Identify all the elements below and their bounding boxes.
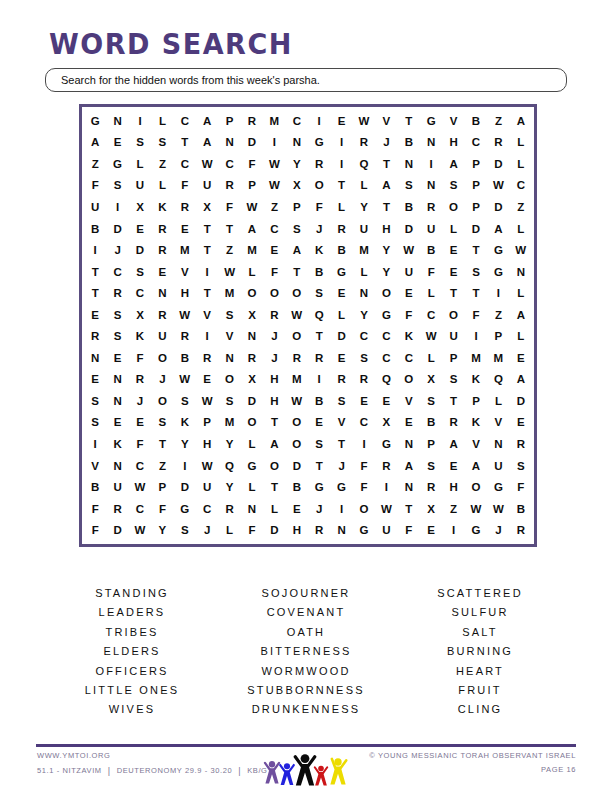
page-title: WORD SEARCH xyxy=(49,28,293,60)
grid-cell-r1c5: C xyxy=(174,110,196,132)
grid-cell-r2c19: R xyxy=(487,132,509,154)
grid-cell-r11c7: V xyxy=(218,325,240,347)
grid-cell-r1c9: M xyxy=(263,110,285,132)
grid-cell-r8c10: T xyxy=(286,261,308,283)
grid-cell-r18c4: P xyxy=(151,476,173,498)
grid-cell-r16c15: N xyxy=(398,433,420,455)
grid-cell-r6c16: U xyxy=(420,218,442,240)
grid-cell-r20c6: J xyxy=(196,519,218,541)
grid-cell-r7c8: M xyxy=(241,239,263,261)
grid-cell-r18c9: T xyxy=(263,476,285,498)
grid-cell-r13c13: R xyxy=(353,369,375,391)
grid-cell-r1c2: N xyxy=(106,110,128,132)
grid-cell-r6c6: T xyxy=(196,218,218,240)
grid-cell-r7c9: E xyxy=(263,239,285,261)
footer-website: WWW.YMTOI.ORG xyxy=(37,751,268,760)
grid-cell-r3c7: C xyxy=(218,153,240,175)
grid-cell-r8c18: S xyxy=(465,261,487,283)
grid-cell-r15c15: E xyxy=(398,412,420,434)
grid-cell-r11c6: I xyxy=(196,325,218,347)
grid-cell-r17c12: J xyxy=(330,455,352,477)
grid-cell-r1c10: C xyxy=(286,110,308,132)
grid-cell-r1c20: A xyxy=(510,110,532,132)
grid-cell-r20c1: F xyxy=(84,519,106,541)
grid-cell-r4c1: F xyxy=(84,175,106,197)
grid-cell-r3c10: Y xyxy=(286,153,308,175)
grid-cell-r15c2: E xyxy=(106,412,128,434)
grid-cell-r19c12: I xyxy=(330,498,352,520)
grid-cell-r16c2: K xyxy=(106,433,128,455)
grid-cell-r4c12: T xyxy=(330,175,352,197)
worksheet-page: WORD SEARCH Search for the hidden words … xyxy=(0,0,612,792)
word-list: STANDINGLEADERSTRIBESELDERSOFFICERSLITTL… xyxy=(45,584,567,720)
grid-cell-r15c7: M xyxy=(218,412,240,434)
grid-cell-r6c2: D xyxy=(106,218,128,240)
grid-cell-r4c8: P xyxy=(241,175,263,197)
word-list-item: SULFUR xyxy=(393,603,567,622)
grid-cell-r1c16: G xyxy=(420,110,442,132)
grid-cell-r19c18: W xyxy=(465,498,487,520)
grid-cell-r19c2: R xyxy=(106,498,128,520)
grid-cell-r4c13: L xyxy=(353,175,375,197)
grid-cell-r10c11: Q xyxy=(308,304,330,326)
grid-cell-r17c13: F xyxy=(353,455,375,477)
grid-cell-r6c5: E xyxy=(174,218,196,240)
grid-cell-r16c4: T xyxy=(151,433,173,455)
grid-cell-r7c3: D xyxy=(129,239,151,261)
word-list-item: STUBBORNNESS xyxy=(219,681,393,700)
grid-cell-r4c19: W xyxy=(487,175,509,197)
word-list-item: WIVES xyxy=(45,700,219,719)
grid-cell-r5c15: B xyxy=(398,196,420,218)
grid-cell-r6c17: L xyxy=(442,218,464,240)
grid-cell-r14c20: D xyxy=(510,390,532,412)
grid-cell-r12c5: B xyxy=(174,347,196,369)
grid-cell-r20c12: N xyxy=(330,519,352,541)
grid-cell-r16c9: A xyxy=(263,433,285,455)
grid-cell-r8c13: L xyxy=(353,261,375,283)
grid-cell-r15c20: E xyxy=(510,412,532,434)
grid-cell-r16c6: H xyxy=(196,433,218,455)
word-column-1: STANDINGLEADERSTRIBESELDERSOFFICERSLITTL… xyxy=(45,584,219,720)
word-search-board: GNILCAPRMCIEWVTGVBZAAESSTANDINGIRJBNHCRL… xyxy=(79,104,537,547)
grid-cell-r15c10: O xyxy=(286,412,308,434)
grid-cell-r6c4: R xyxy=(151,218,173,240)
grid-cell-r10c12: L xyxy=(330,304,352,326)
grid-cell-r14c7: S xyxy=(218,390,240,412)
grid-cell-r19c7: R xyxy=(218,498,240,520)
grid-cell-r2c4: S xyxy=(151,132,173,154)
grid-cell-r9c4: N xyxy=(151,282,173,304)
grid-cell-r12c10: R xyxy=(286,347,308,369)
grid-cell-r18c11: G xyxy=(308,476,330,498)
grid-cell-r12c19: M xyxy=(487,347,509,369)
grid-cell-r19c17: Z xyxy=(442,498,464,520)
grid-cell-r18c6: U xyxy=(196,476,218,498)
grid-cell-r16c12: T xyxy=(330,433,352,455)
grid-cell-r3c6: W xyxy=(196,153,218,175)
word-list-item: CLING xyxy=(393,700,567,719)
grid-cell-r11c20: L xyxy=(510,325,532,347)
grid-cell-r14c18: P xyxy=(465,390,487,412)
grid-cell-r7c6: T xyxy=(196,239,218,261)
grid-cell-r10c10: W xyxy=(286,304,308,326)
grid-cell-r11c14: C xyxy=(375,325,397,347)
grid-cell-r9c10: O xyxy=(286,282,308,304)
grid-cell-r5c12: L xyxy=(330,196,352,218)
grid-cell-r8c19: G xyxy=(487,261,509,283)
grid-cell-r7c7: Z xyxy=(218,239,240,261)
grid-cell-r1c8: R xyxy=(241,110,263,132)
grid-cell-r10c17: O xyxy=(442,304,464,326)
grid-cell-r9c1: T xyxy=(84,282,106,304)
grid-cell-r18c18: O xyxy=(465,476,487,498)
word-list-item: OATH xyxy=(219,623,393,642)
grid-cell-r19c8: N xyxy=(241,498,263,520)
grid-cell-r10c19: Z xyxy=(487,304,509,326)
grid-cell-r14c9: H xyxy=(263,390,285,412)
grid-cell-r16c8: L xyxy=(241,433,263,455)
grid-cell-r8c1: T xyxy=(84,261,106,283)
grid-cell-r4c7: R xyxy=(218,175,240,197)
footer-left: WWW.YMTOI.ORG 51.1 - NITZAVIM|DEUTERONOM… xyxy=(37,751,268,775)
grid-cell-r9c3: C xyxy=(129,282,151,304)
grid-cell-r10c7: S xyxy=(218,304,240,326)
grid-cell-r12c17: P xyxy=(442,347,464,369)
grid-cell-r13c17: S xyxy=(442,369,464,391)
grid-cell-r5c7: F xyxy=(218,196,240,218)
grid-cell-r15c17: R xyxy=(442,412,464,434)
grid-cell-r17c11: T xyxy=(308,455,330,477)
grid-cell-r12c7: N xyxy=(218,347,240,369)
grid-cell-r2c15: B xyxy=(398,132,420,154)
grid-cell-r5c14: T xyxy=(375,196,397,218)
grid-cell-r11c3: K xyxy=(129,325,151,347)
grid-cell-r10c2: S xyxy=(106,304,128,326)
footer-right: © YOUNG MESSIANIC TORAH OBSERVANT ISRAEL… xyxy=(369,751,576,774)
grid-cell-r17c17: E xyxy=(442,455,464,477)
grid-cell-r2c11: G xyxy=(308,132,330,154)
grid-cell-r18c16: R xyxy=(420,476,442,498)
grid-cell-r2c6: A xyxy=(196,132,218,154)
grid-cell-r10c13: Y xyxy=(353,304,375,326)
grid-cell-r4c16: N xyxy=(420,175,442,197)
grid-cell-r12c6: R xyxy=(196,347,218,369)
grid-cell-r10c18: F xyxy=(465,304,487,326)
grid-cell-r7c11: K xyxy=(308,239,330,261)
word-list-item: COVENANT xyxy=(219,603,393,622)
grid-cell-r19c3: C xyxy=(129,498,151,520)
grid-cell-r7c2: J xyxy=(106,239,128,261)
grid-cell-r1c14: V xyxy=(375,110,397,132)
grid-cell-r19c15: T xyxy=(398,498,420,520)
grid-cell-r1c7: P xyxy=(218,110,240,132)
grid-cell-r13c9: H xyxy=(263,369,285,391)
grid-cell-r3c12: I xyxy=(330,153,352,175)
grid-cell-r3c20: L xyxy=(510,153,532,175)
grid-cell-r2c20: L xyxy=(510,132,532,154)
logo-figure-blue xyxy=(280,763,294,785)
grid-cell-r19c9: L xyxy=(263,498,285,520)
word-list-item: DRUNKENNESS xyxy=(219,700,393,719)
grid-cell-r18c13: F xyxy=(353,476,375,498)
grid-cell-r10c14: G xyxy=(375,304,397,326)
word-list-item: FRUIT xyxy=(393,681,567,700)
logo-figure-black xyxy=(295,754,315,785)
grid-cell-r4c17: S xyxy=(442,175,464,197)
grid-cell-r3c15: N xyxy=(398,153,420,175)
grid-cell-r11c8: N xyxy=(241,325,263,347)
word-list-item: WORMWOOD xyxy=(219,662,393,681)
grid-cell-r2c5: T xyxy=(174,132,196,154)
grid-cell-r4c3: U xyxy=(129,175,151,197)
grid-cell-r18c10: B xyxy=(286,476,308,498)
grid-cell-r5c1: U xyxy=(84,196,106,218)
grid-cell-r17c16: S xyxy=(420,455,442,477)
grid-cell-r20c3: W xyxy=(129,519,151,541)
grid-cell-r18c7: Y xyxy=(218,476,240,498)
instruction-box: Search for the hidden words from this we… xyxy=(45,68,567,92)
grid-cell-r4c9: W xyxy=(263,175,285,197)
grid-cell-r15c19: V xyxy=(487,412,509,434)
grid-cell-r13c5: W xyxy=(174,369,196,391)
word-list-item: SALT xyxy=(393,623,567,642)
grid-cell-r3c3: L xyxy=(129,153,151,175)
footer-separator: | xyxy=(108,766,111,776)
grid-cell-r16c17: A xyxy=(442,433,464,455)
grid-cell-r2c17: H xyxy=(442,132,464,154)
grid-cell-r19c14: W xyxy=(375,498,397,520)
grid-cell-r18c19: G xyxy=(487,476,509,498)
grid-cell-r1c18: B xyxy=(465,110,487,132)
grid-cell-r10c3: X xyxy=(129,304,151,326)
grid-cell-r5c17: O xyxy=(442,196,464,218)
grid-cell-r17c2: N xyxy=(106,455,128,477)
grid-cell-r3c1: Z xyxy=(84,153,106,175)
grid-cell-r10c15: F xyxy=(398,304,420,326)
grid-cell-r17c9: O xyxy=(263,455,285,477)
grid-cell-r14c19: L xyxy=(487,390,509,412)
grid-cell-r15c6: P xyxy=(196,412,218,434)
grid-cell-r5c13: Y xyxy=(353,196,375,218)
grid-cell-r3c5: C xyxy=(174,153,196,175)
grid-cell-r1c3: I xyxy=(129,110,151,132)
logo-figure-red xyxy=(315,766,327,786)
grid-cell-r8c15: U xyxy=(398,261,420,283)
grid-cell-r20c5: S xyxy=(174,519,196,541)
grid-cell-r11c19: P xyxy=(487,325,509,347)
word-list-item: HEART xyxy=(393,662,567,681)
word-list-item: TRIBES xyxy=(45,623,219,642)
grid-cell-r18c15: N xyxy=(398,476,420,498)
grid-cell-r15c5: K xyxy=(174,412,196,434)
grid-cell-r19c20: B xyxy=(510,498,532,520)
grid-cell-r4c18: P xyxy=(465,175,487,197)
grid-cell-r8c12: G xyxy=(330,261,352,283)
grid-cell-r4c2: S xyxy=(106,175,128,197)
grid-cell-r15c4: S xyxy=(151,412,173,434)
grid-cell-r13c20: A xyxy=(510,369,532,391)
word-list-item: STANDING xyxy=(45,584,219,603)
grid-cell-r13c7: O xyxy=(218,369,240,391)
grid-cell-r11c16: W xyxy=(420,325,442,347)
grid-cell-r9c11: S xyxy=(308,282,330,304)
grid-cell-r12c3: F xyxy=(129,347,151,369)
grid-cell-r11c17: U xyxy=(442,325,464,347)
grid-cell-r11c5: R xyxy=(174,325,196,347)
grid-cell-r15c16: B xyxy=(420,412,442,434)
grid-cell-r12c4: O xyxy=(151,347,173,369)
grid-cell-r18c2: U xyxy=(106,476,128,498)
grid-cell-r6c10: S xyxy=(286,218,308,240)
grid-cell-r20c9: D xyxy=(263,519,285,541)
grid-cell-r11c13: C xyxy=(353,325,375,347)
grid-cell-r17c20: S xyxy=(510,455,532,477)
grid-cell-r4c6: U xyxy=(196,175,218,197)
word-list-item: BITTERNESS xyxy=(219,642,393,661)
grid-cell-r15c8: O xyxy=(241,412,263,434)
grid-cell-r1c15: T xyxy=(398,110,420,132)
grid-cell-r12c18: M xyxy=(465,347,487,369)
grid-cell-r15c13: C xyxy=(353,412,375,434)
grid-cell-r13c10: M xyxy=(286,369,308,391)
grid-cell-r20c19: J xyxy=(487,519,509,541)
grid-cell-r18c8: L xyxy=(241,476,263,498)
grid-cell-r9c18: T xyxy=(465,282,487,304)
grid-cell-r10c20: A xyxy=(510,304,532,326)
grid-cell-r17c19: U xyxy=(487,455,509,477)
dancing-figures-logo xyxy=(261,745,351,790)
grid-cell-r17c8: G xyxy=(241,455,263,477)
grid-cell-r14c16: S xyxy=(420,390,442,412)
grid-cell-r14c11: B xyxy=(308,390,330,412)
grid-cell-r12c15: C xyxy=(398,347,420,369)
grid-cell-r7c13: M xyxy=(353,239,375,261)
grid-cell-r6c19: A xyxy=(487,218,509,240)
grid-cell-r18c17: H xyxy=(442,476,464,498)
grid-cell-r2c18: C xyxy=(465,132,487,154)
grid-cell-r19c19: W xyxy=(487,498,509,520)
grid-cell-r13c14: Q xyxy=(375,369,397,391)
grid-cell-r20c2: D xyxy=(106,519,128,541)
grid-cell-r9c12: E xyxy=(330,282,352,304)
word-column-2: SOJOURNERCOVENANTOATHBITTERNESSWORMWOODS… xyxy=(219,584,393,720)
grid-cell-r10c5: W xyxy=(174,304,196,326)
grid-cell-r7c15: W xyxy=(398,239,420,261)
grid-cell-r9c9: O xyxy=(263,282,285,304)
grid-cell-r1c4: L xyxy=(151,110,173,132)
grid-cell-r6c14: H xyxy=(375,218,397,240)
grid-cell-r11c15: K xyxy=(398,325,420,347)
grid-cell-r8c7: W xyxy=(218,261,240,283)
grid-cell-r11c2: S xyxy=(106,325,128,347)
grid-cell-r10c4: R xyxy=(151,304,173,326)
grid-cell-r9c2: R xyxy=(106,282,128,304)
grid-cell-r9c19: I xyxy=(487,282,509,304)
grid-cell-r12c9: J xyxy=(263,347,285,369)
grid-cell-r19c11: J xyxy=(308,498,330,520)
grid-cell-r3c8: F xyxy=(241,153,263,175)
grid-cell-r8c16: F xyxy=(420,261,442,283)
grid-cell-r18c5: D xyxy=(174,476,196,498)
grid-cell-r8c20: N xyxy=(510,261,532,283)
grid-cell-r3c2: G xyxy=(106,153,128,175)
grid-cell-r14c2: N xyxy=(106,390,128,412)
grid-cell-r10c8: X xyxy=(241,304,263,326)
grid-cell-r13c1: E xyxy=(84,369,106,391)
grid-cell-r18c1: B xyxy=(84,476,106,498)
grid-cell-r14c5: S xyxy=(174,390,196,412)
grid-cell-r5c9: Z xyxy=(263,196,285,218)
grid-cell-r20c10: H xyxy=(286,519,308,541)
grid-cell-r16c1: I xyxy=(84,433,106,455)
grid-cell-r20c14: U xyxy=(375,519,397,541)
grid-cell-r8c6: I xyxy=(196,261,218,283)
grid-cell-r10c6: V xyxy=(196,304,218,326)
grid-cell-r1c12: E xyxy=(330,110,352,132)
grid-cell-r1c17: V xyxy=(442,110,464,132)
grid-cell-r7c16: B xyxy=(420,239,442,261)
grid-cell-r6c15: D xyxy=(398,218,420,240)
footer-page-number: PAGE 16 xyxy=(369,765,576,774)
grid-cell-r6c7: T xyxy=(218,218,240,240)
grid-cell-r10c16: C xyxy=(420,304,442,326)
grid-cell-r1c6: A xyxy=(196,110,218,132)
word-list-item: ELDERS xyxy=(45,642,219,661)
grid-cell-r3c18: P xyxy=(465,153,487,175)
grid-cell-r18c12: G xyxy=(330,476,352,498)
grid-cell-r11c18: I xyxy=(465,325,487,347)
grid-cell-r2c16: N xyxy=(420,132,442,154)
grid-cell-r4c4: L xyxy=(151,175,173,197)
grid-cell-r14c6: W xyxy=(196,390,218,412)
grid-cell-r17c6: W xyxy=(196,455,218,477)
grid-cell-r16c13: I xyxy=(353,433,375,455)
grid-cell-r11c9: J xyxy=(263,325,285,347)
grid-cell-r14c13: E xyxy=(353,390,375,412)
grid-cell-r14c8: D xyxy=(241,390,263,412)
word-list-item: SCATTERED xyxy=(393,584,567,603)
grid-cell-r5c5: R xyxy=(174,196,196,218)
grid-cell-r12c13: S xyxy=(353,347,375,369)
grid-cell-r17c4: Z xyxy=(151,455,173,477)
grid-cell-r5c8: W xyxy=(241,196,263,218)
footer-copyright: © YOUNG MESSIANIC TORAH OBSERVANT ISRAEL xyxy=(369,751,576,760)
grid-cell-r1c11: I xyxy=(308,110,330,132)
grid-cell-r9c16: L xyxy=(420,282,442,304)
grid-cell-r11c11: T xyxy=(308,325,330,347)
grid-cell-r8c3: S xyxy=(129,261,151,283)
grid-cell-r9c17: T xyxy=(442,282,464,304)
grid-cell-r13c11: I xyxy=(308,369,330,391)
grid-cell-r8c17: E xyxy=(442,261,464,283)
grid-cell-r16c3: F xyxy=(129,433,151,455)
grid-cell-r9c15: E xyxy=(398,282,420,304)
grid-cell-r15c11: E xyxy=(308,412,330,434)
grid-cell-r13c19: Q xyxy=(487,369,509,391)
grid-cell-r9c8: O xyxy=(241,282,263,304)
grid-cell-r19c13: O xyxy=(353,498,375,520)
grid-cell-r4c20: C xyxy=(510,175,532,197)
grid-cell-r5c11: F xyxy=(308,196,330,218)
grid-cell-r6c11: J xyxy=(308,218,330,240)
grid-cell-r17c3: C xyxy=(129,455,151,477)
grid-cell-r14c10: W xyxy=(286,390,308,412)
grid-cell-r1c19: Z xyxy=(487,110,509,132)
grid-cell-r11c1: R xyxy=(84,325,106,347)
grid-cell-r4c15: S xyxy=(398,175,420,197)
grid-cell-r6c8: A xyxy=(241,218,263,240)
